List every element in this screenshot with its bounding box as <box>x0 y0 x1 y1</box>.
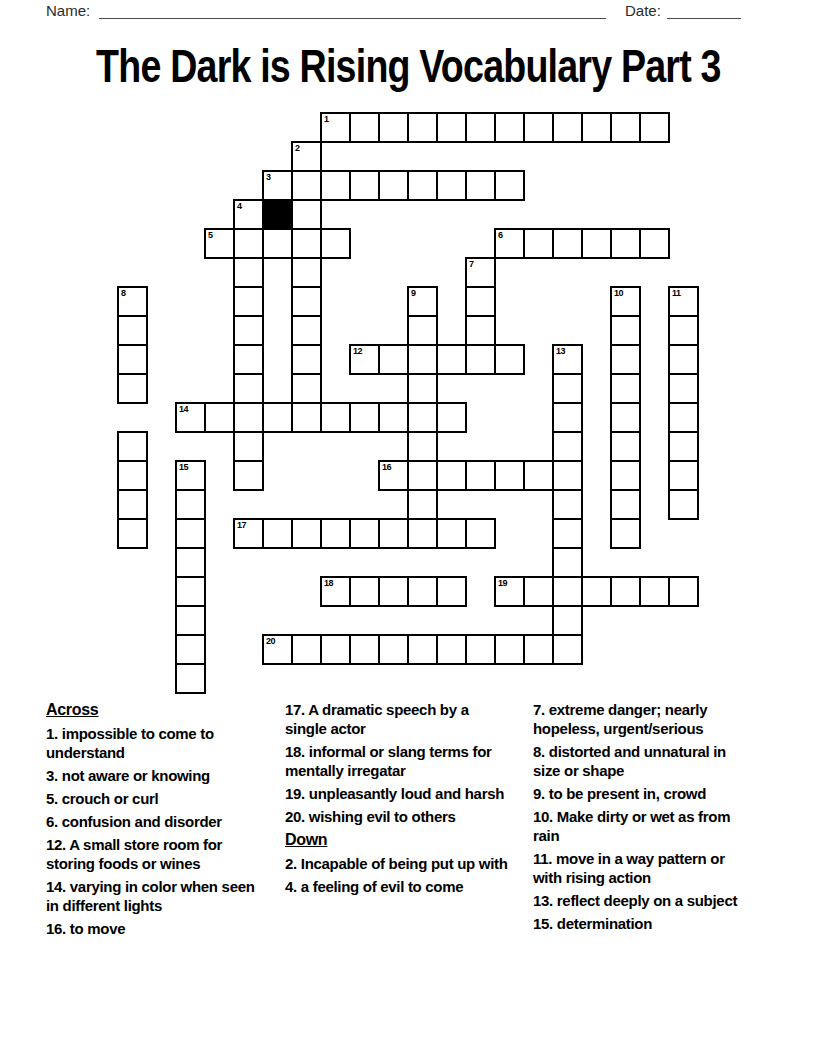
grid-cell[interactable] <box>291 344 322 375</box>
grid-cell[interactable] <box>233 257 264 288</box>
grid-cell[interactable] <box>494 634 525 665</box>
clue-number: 1 <box>324 114 329 124</box>
grid-cell[interactable] <box>117 460 148 491</box>
grid-cell[interactable] <box>407 518 438 549</box>
grid-cell[interactable] <box>349 170 380 201</box>
grid-cell[interactable] <box>552 112 583 143</box>
grid-cell[interactable] <box>175 576 206 607</box>
grid-cell[interactable]: 5 <box>204 228 235 259</box>
grid-cell[interactable] <box>175 634 206 665</box>
grid-cell[interactable] <box>378 518 409 549</box>
date-blank-line[interactable] <box>667 3 741 19</box>
grid-cell[interactable] <box>552 228 583 259</box>
grid-cell[interactable] <box>378 112 409 143</box>
grid-cell[interactable] <box>465 518 496 549</box>
grid-cell[interactable] <box>552 460 583 491</box>
grid-cell[interactable]: 8 <box>117 286 148 317</box>
clue-number: 13 <box>556 346 565 356</box>
grid-cell[interactable] <box>233 402 264 433</box>
grid-cell[interactable]: 16 <box>378 460 409 491</box>
grid-cell[interactable] <box>320 170 351 201</box>
grid-cell[interactable] <box>610 344 641 375</box>
grid-cell[interactable] <box>378 634 409 665</box>
grid-cell[interactable] <box>494 344 525 375</box>
grid-cell[interactable] <box>233 431 264 462</box>
grid-cell[interactable] <box>494 460 525 491</box>
grid-cell[interactable] <box>175 547 206 578</box>
clue-20-across: 20. wishing evil to others <box>285 807 510 826</box>
grid-cell[interactable] <box>117 315 148 346</box>
grid-cell[interactable] <box>494 170 525 201</box>
grid-cell[interactable] <box>552 373 583 404</box>
clue-13-down: 13. reflect deeply on a subject <box>533 891 753 910</box>
grid-cell[interactable] <box>552 576 583 607</box>
grid-cell[interactable] <box>233 344 264 375</box>
grid-cell[interactable]: 15 <box>175 460 206 491</box>
clue-number: 5 <box>208 230 213 240</box>
grid-cell[interactable]: 14 <box>175 402 206 433</box>
clue-12-across: 12. A small store room for storing foods… <box>46 835 261 873</box>
clue-18-across: 18. informal or slang terms for mentally… <box>285 742 510 780</box>
grid-cell[interactable]: 18 <box>320 576 351 607</box>
grid-cell[interactable] <box>436 576 467 607</box>
grid-cell[interactable] <box>349 576 380 607</box>
grid-cell[interactable] <box>465 315 496 346</box>
grid-cell[interactable] <box>668 315 699 346</box>
grid-cell[interactable] <box>436 460 467 491</box>
clue-number: 9 <box>411 288 416 298</box>
grid-cell[interactable] <box>291 199 322 230</box>
name-label: Name: <box>46 2 90 19</box>
grid-cell[interactable] <box>523 460 554 491</box>
grid-cell[interactable] <box>523 112 554 143</box>
grid-cell[interactable] <box>117 373 148 404</box>
grid-cell[interactable] <box>175 489 206 520</box>
grid-cell[interactable] <box>436 112 467 143</box>
grid-cell[interactable] <box>552 518 583 549</box>
grid-cell[interactable] <box>378 170 409 201</box>
clue-number: 16 <box>382 462 391 472</box>
grid-cell[interactable] <box>291 315 322 346</box>
clue-number: 8 <box>121 288 126 298</box>
grid-cell[interactable] <box>407 576 438 607</box>
grid-cell[interactable] <box>233 373 264 404</box>
grid-cell[interactable] <box>668 373 699 404</box>
clue-number: 18 <box>324 578 333 588</box>
grid-cell[interactable]: 12 <box>349 344 380 375</box>
clues-across-header: Across <box>46 700 261 719</box>
clue-10-down: 10. Make dirty or wet as from rain <box>533 807 753 845</box>
grid-cell[interactable]: 2 <box>291 141 322 172</box>
grid-cell[interactable] <box>233 460 264 491</box>
clue-number: 6 <box>498 230 503 240</box>
grid-cell[interactable] <box>523 634 554 665</box>
clue-9-down: 9. to be present in, crowd <box>533 784 753 803</box>
grid-cell[interactable] <box>204 402 235 433</box>
grid-cell[interactable]: 9 <box>407 286 438 317</box>
clue-number: 10 <box>614 288 623 298</box>
grid-cell[interactable] <box>436 634 467 665</box>
grid-cell[interactable] <box>117 518 148 549</box>
clue-number: 3 <box>266 172 271 182</box>
grid-cell[interactable]: 1 <box>320 112 351 143</box>
grid-cell[interactable] <box>610 315 641 346</box>
grid-cell[interactable] <box>320 518 351 549</box>
grid-cell[interactable] <box>407 634 438 665</box>
worksheet-page: Name: Date: The Dark is Rising Vocabular… <box>0 0 816 1056</box>
grid-cell[interactable] <box>610 489 641 520</box>
grid-cell[interactable] <box>407 315 438 346</box>
grid-cell[interactable] <box>175 605 206 636</box>
clue-number: 20 <box>266 636 275 646</box>
page-title: The Dark is Rising Vocabulary Part 3 <box>96 38 721 93</box>
grid-cell[interactable] <box>668 489 699 520</box>
clue-column-2: 7. extreme danger; nearly hopeless, urge… <box>533 700 753 937</box>
grid-cell[interactable] <box>436 518 467 549</box>
grid-cell[interactable] <box>465 344 496 375</box>
grid-cell[interactable] <box>552 605 583 636</box>
clues-down-header: Down <box>285 830 510 849</box>
grid-cell[interactable] <box>639 112 670 143</box>
grid-cell[interactable] <box>465 634 496 665</box>
clue-8-down: 8. distorted and unnatural in size or sh… <box>533 742 753 780</box>
grid-cell[interactable] <box>175 518 206 549</box>
clue-6-across: 6. confusion and disorder <box>46 812 261 831</box>
grid-cell[interactable] <box>320 402 351 433</box>
clue-number: 11 <box>672 288 681 298</box>
grid-cell[interactable] <box>233 228 264 259</box>
grid-cell[interactable] <box>291 518 322 549</box>
grid-cell[interactable] <box>436 344 467 375</box>
clue-7-down: 7. extreme danger; nearly hopeless, urge… <box>533 700 753 738</box>
grid-cell[interactable] <box>465 286 496 317</box>
grid-cell[interactable] <box>494 112 525 143</box>
clue-19-across: 19. unpleasantly loud and harsh <box>285 784 510 803</box>
grid-cell[interactable] <box>581 228 612 259</box>
grid-cell[interactable] <box>407 344 438 375</box>
clue-number: 7 <box>469 259 474 269</box>
grid-cell[interactable] <box>407 431 438 462</box>
grid-cell[interactable] <box>436 402 467 433</box>
grid-cell[interactable] <box>639 228 670 259</box>
grid-cell[interactable]: 7 <box>465 257 496 288</box>
grid-cell[interactable] <box>436 170 467 201</box>
grid-cell[interactable] <box>378 344 409 375</box>
grid-cell[interactable]: 3 <box>262 170 293 201</box>
grid-cell[interactable] <box>668 431 699 462</box>
grid-cell[interactable] <box>668 460 699 491</box>
grid-cell[interactable] <box>378 576 409 607</box>
grid-cell[interactable] <box>668 344 699 375</box>
clue-number: 19 <box>498 578 507 588</box>
black-cell <box>262 199 293 230</box>
grid-cell[interactable] <box>581 112 612 143</box>
grid-cell[interactable]: 17 <box>233 518 264 549</box>
clue-5-across: 5. crouch or curl <box>46 789 261 808</box>
grid-cell[interactable] <box>668 576 699 607</box>
clue-number: 17 <box>237 520 246 530</box>
grid-cell[interactable] <box>117 344 148 375</box>
clue-number: 12 <box>353 346 362 356</box>
grid-cell[interactable] <box>610 402 641 433</box>
grid-cell[interactable] <box>349 518 380 549</box>
grid-cell[interactable] <box>233 315 264 346</box>
grid-cell[interactable]: 11 <box>668 286 699 317</box>
grid-cell[interactable] <box>262 228 293 259</box>
clue-number: 15 <box>179 462 188 472</box>
grid-cell[interactable] <box>407 402 438 433</box>
grid-cell[interactable] <box>320 634 351 665</box>
grid-cell[interactable] <box>349 402 380 433</box>
grid-cell[interactable] <box>349 634 380 665</box>
grid-cell[interactable] <box>610 112 641 143</box>
clue-16-across: 16. to move <box>46 919 261 938</box>
grid-cell[interactable] <box>668 402 699 433</box>
grid-cell[interactable]: 4 <box>233 199 264 230</box>
grid-cell[interactable] <box>639 576 670 607</box>
clue-4-down: 4. a feeling of evil to come <box>285 877 510 896</box>
grid-cell[interactable] <box>610 431 641 462</box>
grid-cell[interactable] <box>552 547 583 578</box>
clue-number: 14 <box>179 404 188 414</box>
page-title-wrap: The Dark is Rising Vocabulary Part 3 <box>0 38 816 93</box>
grid-cell[interactable] <box>552 431 583 462</box>
grid-cell[interactable] <box>581 576 612 607</box>
clue-3-across: 3. not aware or knowing <box>46 766 261 785</box>
grid-cell[interactable] <box>465 112 496 143</box>
grid-cell[interactable] <box>552 489 583 520</box>
grid-cell[interactable] <box>552 402 583 433</box>
grid-cell[interactable] <box>610 228 641 259</box>
grid-cell[interactable] <box>262 518 293 549</box>
grid-cell[interactable] <box>349 112 380 143</box>
grid-cell[interactable] <box>291 373 322 404</box>
clue-number: 2 <box>295 143 300 153</box>
grid-cell[interactable] <box>378 402 409 433</box>
grid-cell[interactable]: 20 <box>262 634 293 665</box>
grid-cell[interactable] <box>291 402 322 433</box>
grid-cell[interactable] <box>465 170 496 201</box>
grid-cell[interactable] <box>610 373 641 404</box>
clue-14-across: 14. varying in color when seen in differ… <box>46 877 261 915</box>
grid-cell[interactable] <box>233 286 264 317</box>
date-label: Date: <box>625 2 661 19</box>
grid-cell[interactable] <box>262 402 293 433</box>
grid-cell[interactable] <box>291 286 322 317</box>
grid-cell[interactable] <box>523 228 554 259</box>
grid-cell[interactable] <box>552 634 583 665</box>
clue-15-down: 15. determination <box>533 914 753 933</box>
crossword-grid: 1234567891011121314151617181920 <box>117 112 699 694</box>
grid-cell[interactable] <box>117 431 148 462</box>
grid-cell[interactable] <box>610 460 641 491</box>
clue-column-0: Across1. impossible to come to understan… <box>46 700 261 942</box>
grid-cell[interactable]: 10 <box>610 286 641 317</box>
grid-cell[interactable]: 13 <box>552 344 583 375</box>
grid-cell[interactable] <box>117 489 148 520</box>
clue-1-across: 1. impossible to come to understand <box>46 724 261 762</box>
clue-17-across: 17. A dramatic speech by a single actor <box>285 700 510 738</box>
grid-cell[interactable] <box>610 576 641 607</box>
clue-number: 4 <box>237 201 242 211</box>
name-blank-line[interactable] <box>99 3 606 19</box>
grid-cell[interactable]: 19 <box>494 576 525 607</box>
grid-cell[interactable] <box>407 460 438 491</box>
grid-cell[interactable] <box>465 460 496 491</box>
grid-cell[interactable] <box>291 170 322 201</box>
grid-cell[interactable] <box>291 228 322 259</box>
grid-cell[interactable] <box>407 170 438 201</box>
grid-cell[interactable] <box>291 257 322 288</box>
grid-cell[interactable] <box>407 373 438 404</box>
clue-11-down: 11. move in a way pattern or with rising… <box>533 849 753 887</box>
grid-cell[interactable] <box>523 576 554 607</box>
grid-cell[interactable] <box>320 228 351 259</box>
clue-2-down: 2. Incapable of being put up with <box>285 854 510 873</box>
grid-cell[interactable] <box>291 634 322 665</box>
grid-cell[interactable] <box>407 489 438 520</box>
grid-cell[interactable] <box>407 112 438 143</box>
grid-cell[interactable] <box>610 518 641 549</box>
grid-cell[interactable]: 6 <box>494 228 525 259</box>
grid-cell[interactable] <box>175 663 206 694</box>
clue-column-1: 17. A dramatic speech by a single actor1… <box>285 700 510 900</box>
